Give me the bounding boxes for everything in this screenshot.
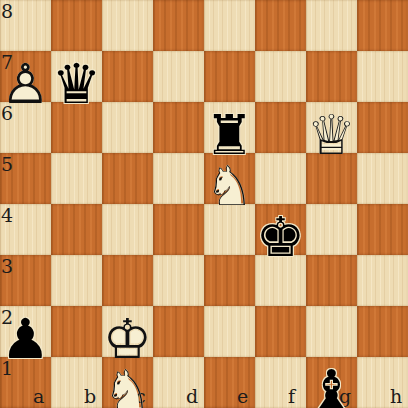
square-h5[interactable] — [357, 153, 408, 204]
square-f1[interactable] — [255, 357, 306, 408]
square-a3[interactable] — [0, 255, 51, 306]
square-d7[interactable] — [153, 51, 204, 102]
piece-white-knight-c1[interactable]: ♞♘ — [102, 357, 153, 408]
piece-white-knight-e5[interactable]: ♞♘ — [204, 153, 255, 204]
square-d4[interactable] — [153, 204, 204, 255]
square-a4[interactable] — [0, 204, 51, 255]
square-f2[interactable] — [255, 306, 306, 357]
square-f8[interactable] — [255, 0, 306, 51]
piece-black-king-f4[interactable]: ♚ — [255, 204, 306, 255]
black-pawn-glyph: ♟ — [0, 306, 51, 357]
square-d5[interactable] — [153, 153, 204, 204]
square-b5[interactable] — [51, 153, 102, 204]
white-pawn-outline-glyph: ♙ — [0, 51, 51, 102]
square-g7[interactable] — [306, 51, 357, 102]
square-f7[interactable] — [255, 51, 306, 102]
white-queen-outline-glyph: ♕ — [306, 102, 357, 153]
square-e8[interactable] — [204, 0, 255, 51]
piece-black-queen-b7[interactable]: ♛ — [51, 51, 102, 102]
square-e1[interactable] — [204, 357, 255, 408]
square-e7[interactable] — [204, 51, 255, 102]
black-rook-glyph: ♜ — [204, 102, 255, 153]
black-bishop-glyph: ♝ — [306, 357, 357, 408]
piece-black-rook-e6[interactable]: ♜ — [204, 102, 255, 153]
square-d8[interactable] — [153, 0, 204, 51]
square-b4[interactable] — [51, 204, 102, 255]
square-h4[interactable] — [357, 204, 408, 255]
white-knight-outline-glyph: ♘ — [204, 153, 255, 204]
square-c4[interactable] — [102, 204, 153, 255]
piece-white-king-c2[interactable]: ♚♔ — [102, 306, 153, 357]
square-d1[interactable] — [153, 357, 204, 408]
piece-black-pawn-a2[interactable]: ♟ — [0, 306, 51, 357]
square-h3[interactable] — [357, 255, 408, 306]
chess-board: 87654321abcdefgh ♟♙♛♜♛♕♞♘♚♟♚♔♞♘♝ — [0, 0, 408, 408]
black-king-glyph: ♚ — [255, 204, 306, 255]
square-h2[interactable] — [357, 306, 408, 357]
square-h8[interactable] — [357, 0, 408, 51]
square-e3[interactable] — [204, 255, 255, 306]
piece-white-pawn-a7[interactable]: ♟♙ — [0, 51, 51, 102]
square-d3[interactable] — [153, 255, 204, 306]
square-g2[interactable] — [306, 306, 357, 357]
square-e2[interactable] — [204, 306, 255, 357]
square-c5[interactable] — [102, 153, 153, 204]
square-b2[interactable] — [51, 306, 102, 357]
square-g4[interactable] — [306, 204, 357, 255]
square-f5[interactable] — [255, 153, 306, 204]
square-c7[interactable] — [102, 51, 153, 102]
square-c6[interactable] — [102, 102, 153, 153]
square-d6[interactable] — [153, 102, 204, 153]
piece-white-queen-g6[interactable]: ♛♕ — [306, 102, 357, 153]
square-g8[interactable] — [306, 0, 357, 51]
black-queen-glyph: ♛ — [51, 51, 102, 102]
square-h7[interactable] — [357, 51, 408, 102]
square-b8[interactable] — [51, 0, 102, 51]
white-king-outline-glyph: ♔ — [102, 306, 153, 357]
square-f6[interactable] — [255, 102, 306, 153]
square-c3[interactable] — [102, 255, 153, 306]
square-b1[interactable] — [51, 357, 102, 408]
square-b3[interactable] — [51, 255, 102, 306]
square-h6[interactable] — [357, 102, 408, 153]
square-a5[interactable] — [0, 153, 51, 204]
square-c8[interactable] — [102, 0, 153, 51]
white-knight-outline-glyph: ♘ — [102, 357, 153, 408]
square-a8[interactable] — [0, 0, 51, 51]
piece-black-bishop-g1[interactable]: ♝ — [306, 357, 357, 408]
square-d2[interactable] — [153, 306, 204, 357]
square-h1[interactable] — [357, 357, 408, 408]
square-g3[interactable] — [306, 255, 357, 306]
